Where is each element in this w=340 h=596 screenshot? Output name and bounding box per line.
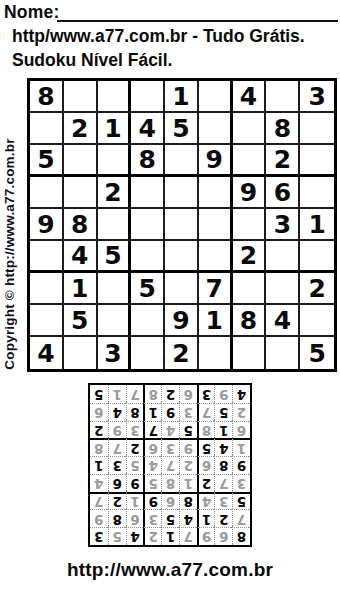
puzzle-cell-r1c7[interactable]: 4: [233, 81, 267, 113]
solution-cell-r8c8: 4: [108, 403, 126, 421]
puzzle-cell-r8c6[interactable]: 1: [199, 305, 233, 337]
puzzle-cell-r1c3[interactable]: [98, 81, 132, 113]
puzzle-cell-r3c6[interactable]: 9: [199, 145, 233, 177]
puzzle-cell-r1c2[interactable]: [64, 81, 98, 113]
solution-cell-r8c7: 8: [126, 403, 144, 421]
solution-cell-r5c4: 2: [179, 456, 197, 474]
solution-cell-r7c8: 9: [108, 421, 126, 439]
solution-cell-r3c5: 6: [161, 492, 179, 510]
puzzle-cell-r6c4[interactable]: [131, 241, 165, 273]
solution-cell-r4c4: 1: [179, 474, 197, 492]
puzzle-cell-r9c7[interactable]: [233, 337, 267, 369]
solution-cell-r7c7: 3: [126, 421, 144, 439]
solution-cell-r9c7: 7: [126, 385, 144, 403]
solution-cell-r6c2: 4: [214, 438, 232, 456]
solution-cell-r4c7: 9: [126, 474, 144, 492]
puzzle-cell-r9c5[interactable]: 2: [165, 337, 199, 369]
puzzle-cell-r9c2[interactable]: [64, 337, 98, 369]
puzzle-cell-r2c2[interactable]: 2: [64, 113, 98, 145]
puzzle-cell-r7c3[interactable]: [98, 273, 132, 305]
solution-cell-r2c1: 7: [232, 509, 250, 527]
solution-cell-r4c2: 7: [214, 474, 232, 492]
solution-cell-r7c3: 8: [197, 421, 215, 439]
puzzle-cell-r5c2[interactable]: 8: [64, 209, 98, 241]
solution-cell-r1c1: 8: [232, 527, 250, 545]
solution-cell-r4c9: 4: [90, 474, 108, 492]
solution-cell-r8c5: 9: [161, 403, 179, 421]
solution-cell-r4c5: 8: [161, 474, 179, 492]
puzzle-cell-r2c3[interactable]: 1: [98, 113, 132, 145]
puzzle-cell-r7c8[interactable]: [266, 273, 300, 305]
solution-cell-r5c2: 8: [214, 456, 232, 474]
puzzle-cell-r7c7[interactable]: [233, 273, 267, 305]
puzzle-cell-r3c2[interactable]: [64, 145, 98, 177]
solution-cell-r8c4: 3: [179, 403, 197, 421]
puzzle-cell-r1c6[interactable]: [199, 81, 233, 113]
puzzle-cell-r8c1[interactable]: [30, 305, 64, 337]
puzzle-cell-r4c1[interactable]: [30, 177, 64, 209]
puzzle-cell-r9c9[interactable]: 5: [300, 337, 334, 369]
puzzle-cell-r6c1[interactable]: [30, 241, 64, 273]
solution-cell-r2c6: 3: [143, 509, 161, 527]
puzzle-cell-r7c2[interactable]: 1: [64, 273, 98, 305]
solution-cell-r8c3: 7: [197, 403, 215, 421]
puzzle-cell-r2c1[interactable]: [30, 113, 64, 145]
puzzle-cell-r7c9[interactable]: 2: [300, 273, 334, 305]
puzzle-cell-r6c7[interactable]: 2: [233, 241, 267, 273]
puzzle-cell-r4c9[interactable]: [300, 177, 334, 209]
solution-cell-r6c5: 3: [161, 438, 179, 456]
solution-cell-r7c2: 1: [214, 421, 232, 439]
solution-cell-r9c3: 3: [197, 385, 215, 403]
puzzle-cell-r1c4[interactable]: [131, 81, 165, 113]
puzzle-cell-r3c4[interactable]: 8: [131, 145, 165, 177]
solution-cell-r1c8: 5: [108, 527, 126, 545]
puzzle-cell-r6c2[interactable]: 4: [64, 241, 98, 273]
puzzle-cell-r5c9[interactable]: 1: [300, 209, 334, 241]
sudoku-solution-grid: 8697124537214536895348691273721859649862…: [88, 383, 252, 547]
puzzle-cell-r8c7[interactable]: 8: [233, 305, 267, 337]
puzzle-cell-r1c8[interactable]: [266, 81, 300, 113]
solution-cell-r1c6: 2: [143, 527, 161, 545]
solution-cell-r9c4: 6: [179, 385, 197, 403]
puzzle-cell-r4c8[interactable]: 6: [266, 177, 300, 209]
solution-cell-r6c9: 8: [90, 438, 108, 456]
puzzle-cell-r4c2[interactable]: [64, 177, 98, 209]
name-label: Nome:: [4, 2, 59, 23]
puzzle-cell-r3c7[interactable]: [233, 145, 267, 177]
solution-cell-r8c1: 2: [232, 403, 250, 421]
solution-cell-r1c5: 1: [161, 527, 179, 545]
solution-cell-r9c6: 8: [143, 385, 161, 403]
solution-cell-r2c2: 2: [214, 509, 232, 527]
puzzle-cell-r3c5[interactable]: [165, 145, 199, 177]
puzzle-cell-r8c2[interactable]: 5: [64, 305, 98, 337]
solution-cell-r2c9: 9: [90, 509, 108, 527]
solution-cell-r7c9: 2: [90, 421, 108, 439]
puzzle-cell-r2c9[interactable]: [300, 113, 334, 145]
puzzle-cell-r5c7[interactable]: [233, 209, 267, 241]
puzzle-cell-r6c9[interactable]: [300, 241, 334, 273]
name-input-line[interactable]: [57, 20, 338, 22]
solution-cell-r4c1: 3: [232, 474, 250, 492]
solution-cell-r5c6: 4: [143, 456, 161, 474]
puzzle-cell-r5c1[interactable]: 9: [30, 209, 64, 241]
puzzle-cell-r8c9[interactable]: [300, 305, 334, 337]
solution-cell-r3c9: 7: [90, 492, 108, 510]
puzzle-cell-r3c3[interactable]: [98, 145, 132, 177]
puzzle-cell-r2c4[interactable]: 4: [131, 113, 165, 145]
puzzle-cell-r9c6[interactable]: [199, 337, 233, 369]
puzzle-cell-r8c4[interactable]: [131, 305, 165, 337]
solution-cell-r1c9: 3: [90, 527, 108, 545]
solution-cell-r9c2: 9: [214, 385, 232, 403]
solution-cell-r2c8: 8: [108, 509, 126, 527]
solution-cell-r8c2: 5: [214, 403, 232, 421]
solution-cell-r9c1: 4: [232, 385, 250, 403]
solution-cell-r9c8: 1: [108, 385, 126, 403]
puzzle-cell-r4c5[interactable]: [165, 177, 199, 209]
solution-cell-r5c3: 6: [197, 456, 215, 474]
footer-url: http://www.a77.com.br: [0, 559, 340, 581]
puzzle-cell-r2c7[interactable]: [233, 113, 267, 145]
puzzle-cell-r8c3[interactable]: [98, 305, 132, 337]
puzzle-cell-r5c8[interactable]: 3: [266, 209, 300, 241]
solution-cell-r1c3: 9: [197, 527, 215, 545]
solution-cell-r2c5: 5: [161, 509, 179, 527]
puzzle-cell-r2c8[interactable]: 8: [266, 113, 300, 145]
puzzle-cell-r4c6[interactable]: [199, 177, 233, 209]
sudoku-puzzle-grid: 814321458589229698314521572591844325: [27, 78, 337, 372]
solution-cell-r3c1: 5: [232, 492, 250, 510]
puzzle-cell-r1c1[interactable]: 8: [30, 81, 64, 113]
puzzle-cell-r7c5[interactable]: [165, 273, 199, 305]
puzzle-cell-r8c8[interactable]: 4: [266, 305, 300, 337]
solution-cell-r6c1: 1: [232, 438, 250, 456]
solution-cell-r9c5: 2: [161, 385, 179, 403]
solution-cell-r2c4: 4: [179, 509, 197, 527]
solution-cell-r8c9: 6: [90, 403, 108, 421]
solution-cell-r5c1: 9: [232, 456, 250, 474]
solution-cell-r3c8: 2: [108, 492, 126, 510]
puzzle-cell-r9c3[interactable]: 3: [98, 337, 132, 369]
puzzle-cell-r7c4[interactable]: 5: [131, 273, 165, 305]
solution-cell-r3c2: 3: [214, 492, 232, 510]
puzzle-cell-r7c1[interactable]: [30, 273, 64, 305]
solution-cell-r9c9: 5: [90, 385, 108, 403]
solution-cell-r3c3: 4: [197, 492, 215, 510]
solution-cell-r4c6: 5: [143, 474, 161, 492]
puzzle-cell-r9c4[interactable]: [131, 337, 165, 369]
solution-cell-r4c3: 2: [197, 474, 215, 492]
solution-cell-r3c6: 9: [143, 492, 161, 510]
solution-cell-r2c3: 1: [197, 509, 215, 527]
solution-cell-r5c8: 3: [108, 456, 126, 474]
puzzle-cell-r1c9[interactable]: 3: [300, 81, 334, 113]
puzzle-cell-r5c4[interactable]: [131, 209, 165, 241]
solution-cell-r6c3: 5: [197, 438, 215, 456]
solution-cell-r7c6: 7: [143, 421, 161, 439]
puzzle-cell-r5c5[interactable]: [165, 209, 199, 241]
puzzle-cell-r2c6[interactable]: [199, 113, 233, 145]
puzzle-cell-r8c5[interactable]: 9: [165, 305, 199, 337]
solution-cell-r1c2: 6: [214, 527, 232, 545]
solution-cell-r2c7: 6: [126, 509, 144, 527]
solution-cell-r1c7: 4: [126, 527, 144, 545]
solution-cell-r3c7: 1: [126, 492, 144, 510]
solution-cell-r7c1: 6: [232, 421, 250, 439]
site-header: http/www.a77.com.br - Tudo Grátis.: [12, 26, 305, 47]
solution-cell-r1c4: 7: [179, 527, 197, 545]
solution-cell-r5c9: 1: [90, 456, 108, 474]
puzzle-cell-r2c5[interactable]: 5: [165, 113, 199, 145]
puzzle-cell-r5c3[interactable]: [98, 209, 132, 241]
puzzle-cell-r3c9[interactable]: [300, 145, 334, 177]
puzzle-cell-r3c1[interactable]: 5: [30, 145, 64, 177]
copyright-vertical-text: Copyright © http://www.a77.com.br: [0, 78, 20, 430]
solution-cell-r7c5: 4: [161, 421, 179, 439]
puzzle-cell-r9c8[interactable]: [266, 337, 300, 369]
puzzle-cell-r1c5[interactable]: 1: [165, 81, 199, 113]
puzzle-cell-r9c1[interactable]: 4: [30, 337, 64, 369]
puzzle-cell-r5c6[interactable]: [199, 209, 233, 241]
solution-cell-r6c4: 9: [179, 438, 197, 456]
puzzle-cell-r6c3[interactable]: 5: [98, 241, 132, 273]
solution-cell-r7c4: 5: [179, 421, 197, 439]
puzzle-cell-r6c8[interactable]: [266, 241, 300, 273]
solution-cell-r4c8: 6: [108, 474, 126, 492]
puzzle-cell-r4c7[interactable]: 9: [233, 177, 267, 209]
puzzle-cell-r7c6[interactable]: 7: [199, 273, 233, 305]
puzzle-cell-r4c3[interactable]: 2: [98, 177, 132, 209]
solution-cell-r3c4: 8: [179, 492, 197, 510]
solution-cell-r5c5: 7: [161, 456, 179, 474]
puzzle-cell-r6c6[interactable]: [199, 241, 233, 273]
difficulty-title: Sudoku Nível Fácil.: [12, 50, 172, 71]
puzzle-cell-r6c5[interactable]: [165, 241, 199, 273]
solution-cell-r6c8: 7: [108, 438, 126, 456]
puzzle-cell-r4c4[interactable]: [131, 177, 165, 209]
solution-cell-r6c6: 6: [143, 438, 161, 456]
solution-cell-r8c6: 1: [143, 403, 161, 421]
solution-cell-r6c7: 2: [126, 438, 144, 456]
solution-cell-r5c7: 5: [126, 456, 144, 474]
puzzle-cell-r3c8[interactable]: 2: [266, 145, 300, 177]
